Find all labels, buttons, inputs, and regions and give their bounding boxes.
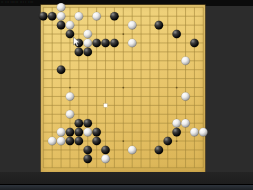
- black-stone-1-1: [48, 12, 57, 21]
- white-stone-10-16: [128, 146, 137, 155]
- white-stone-17-14: [190, 128, 199, 137]
- black-stone-3-14: [66, 128, 75, 137]
- black-stone-17-4: [190, 39, 199, 48]
- white-stone-2-14: [57, 128, 66, 137]
- black-stone-2-7: [57, 65, 66, 74]
- white-stone-10-4: [128, 39, 137, 48]
- black-stone-14-15: [163, 137, 172, 146]
- mouse-cursor-icon: [73, 37, 80, 47]
- black-stone-6-4: [92, 39, 101, 48]
- black-stone-6-15: [92, 137, 101, 146]
- white-stone-4-1: [75, 12, 84, 21]
- black-stone-15-14: [172, 128, 181, 137]
- last-move-square-marker: [103, 103, 107, 107]
- white-stone-16-10: [181, 92, 190, 101]
- white-stone-2-0: [57, 3, 66, 12]
- white-stone-3-10: [66, 92, 75, 101]
- white-stone-16-6: [181, 56, 190, 65]
- white-stone-10-2: [128, 21, 137, 30]
- black-stone-6-14: [92, 128, 101, 137]
- black-stone-2-2: [57, 21, 66, 30]
- white-stone-2-1: [57, 12, 66, 21]
- black-stone-5-5: [83, 48, 92, 57]
- white-stone-3-2: [66, 21, 75, 30]
- white-stone-15-13: [172, 119, 181, 128]
- black-stone-15-3: [172, 30, 181, 39]
- black-stone-0-1: [39, 12, 48, 21]
- black-stone-7-4: [101, 39, 110, 48]
- control-panel: ····· ···· ··· ·· ···· ·····: [0, 172, 253, 184]
- white-stone-6-1: [92, 12, 101, 21]
- go-client-window: { "game": "go", "board": { "size": 19, "…: [0, 0, 253, 190]
- white-stone-5-3: [83, 30, 92, 39]
- black-stone-5-17: [83, 155, 92, 164]
- white-stone-7-17: [101, 155, 110, 164]
- black-stone-13-2: [155, 21, 164, 30]
- white-stone-2-15: [57, 137, 66, 146]
- black-stone-7-16: [101, 146, 110, 155]
- title-text: ·· ··· ······ ··· · ····: [1, 0, 34, 5]
- black-stone-3-15: [66, 137, 75, 146]
- taskbar: [0, 184, 253, 190]
- white-stone-18-14: [199, 128, 208, 137]
- black-stone-4-14: [75, 128, 84, 137]
- black-stone-4-13: [75, 119, 84, 128]
- white-stone-5-4: [83, 39, 92, 48]
- black-stone-4-5: [75, 48, 84, 57]
- white-stone-16-13: [181, 119, 190, 128]
- go-board[interactable]: [41, 5, 205, 172]
- black-stone-8-4: [110, 39, 119, 48]
- white-stone-3-12: [66, 110, 75, 119]
- black-stone-5-16: [83, 146, 92, 155]
- black-stone-13-16: [155, 146, 164, 155]
- black-stone-5-13: [83, 119, 92, 128]
- black-stone-4-15: [75, 137, 84, 146]
- white-stone-1-15: [48, 137, 57, 146]
- white-stone-5-14: [83, 128, 92, 137]
- black-stone-8-1: [110, 12, 119, 21]
- board-grid: [41, 5, 205, 172]
